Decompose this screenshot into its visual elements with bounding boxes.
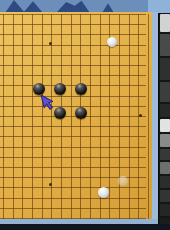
black-stone (33, 83, 45, 95)
sidebar-button[interactable] (160, 119, 170, 132)
sidebar-button[interactable] (160, 58, 170, 80)
grid-line-h (0, 126, 146, 127)
grid-line-h (0, 14, 146, 15)
sidebar-button[interactable] (160, 34, 170, 56)
sidebar-button[interactable] (160, 104, 170, 117)
grid-line-h (0, 45, 146, 46)
black-stone (54, 107, 66, 119)
grid-line-h (0, 106, 146, 107)
grid-line-h (0, 136, 146, 137)
grid-line-h (0, 75, 146, 76)
white-stone (107, 37, 117, 47)
star-point (49, 42, 52, 45)
grid-line-h (0, 24, 146, 25)
grid-line-h (0, 55, 146, 56)
grid-line-h (0, 198, 146, 199)
ghost-white-stone (118, 176, 128, 186)
white-stone (98, 187, 109, 198)
sidebar-button[interactable] (160, 190, 170, 202)
app-window (0, 0, 170, 230)
sidebar-button[interactable] (160, 82, 170, 102)
grid-line-h (0, 157, 146, 158)
sidebar-button[interactable] (160, 134, 170, 147)
go-board[interactable] (0, 12, 152, 220)
grid-line-h (0, 85, 146, 86)
grid-line-h (0, 167, 146, 168)
grid-line-h (0, 116, 146, 117)
black-stone (75, 107, 87, 119)
black-stone (54, 83, 66, 95)
sidebar-button[interactable] (160, 14, 170, 32)
bottom-bar (0, 224, 170, 230)
toolbar-sidebar (158, 13, 170, 230)
sidebar-button[interactable] (160, 162, 170, 174)
star-point (49, 183, 52, 186)
grid-line-h (0, 96, 146, 97)
grid-line-h (0, 65, 146, 66)
black-stone (75, 83, 87, 95)
sidebar-button[interactable] (160, 176, 170, 188)
grid-line-v (148, 14, 149, 219)
sidebar-button[interactable] (160, 204, 170, 216)
grid-line-h (0, 34, 146, 35)
sidebar-button[interactable] (160, 149, 170, 160)
star-point (139, 114, 142, 117)
grid-line-h (0, 147, 146, 148)
grid-line-h (0, 208, 146, 209)
grid-line-h (0, 187, 146, 188)
